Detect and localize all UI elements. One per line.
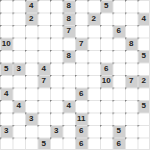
clue-cell-r9c2: 3 (25, 113, 38, 126)
empty-cell-r3c9[interactable] (113, 38, 126, 51)
empty-cell-r10c7[interactable] (88, 125, 101, 138)
clue-cell-r11c9: 6 (113, 138, 126, 151)
empty-cell-r10c11[interactable] (138, 125, 151, 138)
empty-cell-r1c6[interactable] (75, 13, 88, 26)
empty-cell-r3c7[interactable] (88, 38, 101, 51)
clue-cell-r10c4: 3 (50, 125, 63, 138)
empty-cell-r6c6[interactable] (75, 75, 88, 88)
empty-cell-r3c5[interactable] (63, 38, 76, 51)
empty-cell-r9c8[interactable] (100, 113, 113, 126)
empty-cell-r9c11[interactable] (138, 113, 151, 126)
empty-cell-r8c2[interactable] (25, 100, 38, 113)
empty-cell-r7c9[interactable] (113, 88, 126, 101)
empty-cell-r7c5[interactable] (63, 88, 76, 101)
empty-cell-r5c7[interactable] (88, 63, 101, 76)
empty-cell-r7c4[interactable] (50, 88, 63, 101)
empty-cell-r11c5[interactable] (63, 138, 76, 151)
empty-cell-r10c5[interactable] (63, 125, 76, 138)
clue-cell-r6c8: 10 (100, 75, 113, 88)
empty-cell-r5c9[interactable] (113, 63, 126, 76)
empty-cell-r5c10[interactable] (125, 63, 138, 76)
empty-cell-r7c3[interactable] (38, 88, 51, 101)
clue-cell-r8c11: 5 (138, 100, 151, 113)
clue-cell-r2c5: 7 (63, 25, 76, 38)
empty-cell-r11c2[interactable] (25, 138, 38, 151)
empty-cell-r8c8[interactable] (100, 100, 113, 113)
empty-cell-r4c0[interactable] (0, 50, 13, 63)
empty-cell-r11c4[interactable] (50, 138, 63, 151)
empty-cell-r5c2[interactable] (25, 63, 38, 76)
clue-cell-r5c3: 4 (38, 63, 51, 76)
empty-cell-r6c2[interactable] (25, 75, 38, 88)
empty-cell-r11c8[interactable] (100, 138, 113, 151)
empty-cell-r4c4[interactable] (50, 50, 63, 63)
clue-cell-r1c7: 2 (88, 13, 101, 26)
clue-cell-r10c6: 6 (75, 125, 88, 138)
empty-cell-r2c1[interactable] (13, 25, 26, 38)
empty-cell-r2c10[interactable] (125, 25, 138, 38)
empty-cell-r3c1[interactable] (13, 38, 26, 51)
empty-cell-r5c4[interactable] (50, 63, 63, 76)
empty-cell-r7c7[interactable] (88, 88, 101, 101)
empty-cell-r3c3[interactable] (38, 38, 51, 51)
empty-cell-r0c4[interactable] (50, 0, 63, 13)
empty-cell-r0c0[interactable] (0, 0, 13, 13)
clue-cell-r4c11: 5 (138, 50, 151, 63)
empty-cell-r8c4[interactable] (50, 100, 63, 113)
empty-cell-r4c1[interactable] (13, 50, 26, 63)
empty-cell-r8c9[interactable] (113, 100, 126, 113)
empty-cell-r8c10[interactable] (125, 100, 138, 113)
empty-cell-r3c11[interactable] (138, 38, 151, 51)
empty-cell-r5c5[interactable] (63, 63, 76, 76)
empty-cell-r0c10[interactable] (125, 0, 138, 13)
clue-cell-r0c2: 4 (25, 0, 38, 13)
empty-cell-r7c2[interactable] (25, 88, 38, 101)
clue-cell-r6c11: 2 (138, 75, 151, 88)
empty-cell-r10c10[interactable] (125, 125, 138, 138)
empty-cell-r11c1[interactable] (13, 138, 26, 151)
empty-cell-r8c3[interactable] (38, 100, 51, 113)
puzzle-board: 485282476107885534671072464453113365566 (0, 0, 150, 150)
clue-cell-r1c11: 4 (138, 13, 151, 26)
empty-cell-r1c1[interactable] (13, 13, 26, 26)
clue-cell-r11c3: 5 (38, 138, 51, 151)
empty-cell-r6c5[interactable] (63, 75, 76, 88)
empty-cell-r2c7[interactable] (88, 25, 101, 38)
empty-cell-r2c8[interactable] (100, 25, 113, 38)
empty-cell-r0c9[interactable] (113, 0, 126, 13)
empty-cell-r4c3[interactable] (38, 50, 51, 63)
empty-cell-r9c4[interactable] (50, 113, 63, 126)
empty-cell-r9c5[interactable] (63, 113, 76, 126)
clue-cell-r3c10: 8 (125, 38, 138, 51)
clue-cell-r7c6: 6 (75, 88, 88, 101)
empty-cell-r11c7[interactable] (88, 138, 101, 151)
empty-cell-r6c7[interactable] (88, 75, 101, 88)
empty-cell-r11c10[interactable] (125, 138, 138, 151)
empty-cell-r1c8[interactable] (100, 13, 113, 26)
empty-cell-r4c9[interactable] (113, 50, 126, 63)
empty-cell-r4c6[interactable] (75, 50, 88, 63)
empty-cell-r10c2[interactable] (25, 125, 38, 138)
empty-cell-r0c6[interactable] (75, 0, 88, 13)
empty-cell-r6c9[interactable] (113, 75, 126, 88)
empty-cell-r1c4[interactable] (50, 13, 63, 26)
empty-cell-r10c3[interactable] (38, 125, 51, 138)
clue-cell-r10c9: 5 (113, 125, 126, 138)
empty-cell-r9c0[interactable] (0, 113, 13, 126)
empty-cell-r1c9[interactable] (113, 13, 126, 26)
empty-cell-r8c0[interactable] (0, 100, 13, 113)
empty-cell-r2c3[interactable] (38, 25, 51, 38)
empty-cell-r9c10[interactable] (125, 113, 138, 126)
clue-cell-r2c9: 6 (113, 25, 126, 38)
empty-cell-r10c8[interactable] (100, 125, 113, 138)
empty-cell-r3c8[interactable] (100, 38, 113, 51)
empty-cell-r8c6[interactable] (75, 100, 88, 113)
empty-cell-r1c10[interactable] (125, 13, 138, 26)
clue-cell-r5c8: 6 (100, 63, 113, 76)
clue-cell-r7c0: 4 (0, 88, 13, 101)
empty-cell-r0c11[interactable] (138, 0, 151, 13)
empty-cell-r4c7[interactable] (88, 50, 101, 63)
empty-cell-r8c7[interactable] (88, 100, 101, 113)
empty-cell-r4c10[interactable] (125, 50, 138, 63)
clue-cell-r8c1: 4 (13, 100, 26, 113)
empty-cell-r4c8[interactable] (100, 50, 113, 63)
empty-cell-r7c8[interactable] (100, 88, 113, 101)
empty-cell-r7c10[interactable] (125, 88, 138, 101)
clue-cell-r0c5: 8 (63, 0, 76, 13)
empty-cell-r9c9[interactable] (113, 113, 126, 126)
clue-cell-r0c8: 5 (100, 0, 113, 13)
empty-cell-r2c2[interactable] (25, 25, 38, 38)
empty-cell-r1c0[interactable] (0, 13, 13, 26)
empty-cell-r9c7[interactable] (88, 113, 101, 126)
clue-cell-r9c6: 11 (75, 113, 88, 126)
clue-cell-r5c1: 3 (13, 63, 26, 76)
empty-cell-r9c1[interactable] (13, 113, 26, 126)
clue-cell-r4c5: 8 (63, 50, 76, 63)
empty-cell-r10c1[interactable] (13, 125, 26, 138)
empty-cell-r7c1[interactable] (13, 88, 26, 101)
empty-cell-r2c11[interactable] (138, 25, 151, 38)
clue-cell-r10c0: 3 (0, 125, 13, 138)
empty-cell-r3c4[interactable] (50, 38, 63, 51)
empty-cell-r2c4[interactable] (50, 25, 63, 38)
empty-cell-r6c0[interactable] (0, 75, 13, 88)
empty-cell-r7c11[interactable] (138, 88, 151, 101)
clue-cell-r3c6: 7 (75, 38, 88, 51)
empty-cell-r4c2[interactable] (25, 50, 38, 63)
empty-cell-r6c1[interactable] (13, 75, 26, 88)
empty-cell-r0c1[interactable] (13, 0, 26, 13)
empty-cell-r2c6[interactable] (75, 25, 88, 38)
clue-cell-r1c5: 8 (63, 13, 76, 26)
clue-cell-r6c10: 7 (125, 75, 138, 88)
clue-cell-r11c6: 6 (75, 138, 88, 151)
empty-cell-r6c4[interactable] (50, 75, 63, 88)
clue-cell-r1c2: 2 (25, 13, 38, 26)
empty-cell-r5c6[interactable] (75, 63, 88, 76)
empty-cell-r2c0[interactable] (0, 25, 13, 38)
empty-cell-r0c3[interactable] (38, 0, 51, 13)
empty-cell-r0c7[interactable] (88, 0, 101, 13)
empty-cell-r11c11[interactable] (138, 138, 151, 151)
clue-cell-r8c5: 4 (63, 100, 76, 113)
empty-cell-r1c3[interactable] (38, 13, 51, 26)
clue-cell-r5c0: 5 (0, 63, 13, 76)
empty-cell-r11c0[interactable] (0, 138, 13, 151)
empty-cell-r3c2[interactable] (25, 38, 38, 51)
empty-cell-r5c11[interactable] (138, 63, 151, 76)
empty-cell-r9c3[interactable] (38, 113, 51, 126)
clue-cell-r3c0: 10 (0, 38, 13, 51)
clue-cell-r6c3: 7 (38, 75, 51, 88)
